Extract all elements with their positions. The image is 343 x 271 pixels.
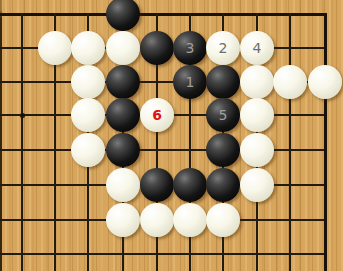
move-number: 1 — [173, 65, 207, 99]
stone-black — [206, 133, 240, 167]
stone-white — [106, 31, 140, 65]
stone-black — [206, 65, 240, 99]
stone-black — [106, 0, 140, 31]
move-number: 5 — [206, 98, 240, 132]
stone-white — [71, 98, 105, 132]
stone-white — [240, 168, 274, 202]
move-number: 4 — [240, 31, 274, 65]
stone-white — [106, 203, 140, 237]
stone-white — [106, 168, 140, 202]
move-number: 2 — [206, 31, 240, 65]
stone-black — [140, 31, 174, 65]
grid-line — [324, 13, 327, 271]
stone-white — [308, 65, 342, 99]
stone-black-move-3: 3 — [173, 31, 207, 65]
stone-white — [240, 133, 274, 167]
board-left-cut-edge — [0, 0, 2, 271]
grid-line — [289, 13, 291, 271]
stone-white-move-6: 6 — [140, 98, 174, 132]
stone-white — [240, 98, 274, 132]
move-number: 6 — [140, 98, 174, 132]
stone-white — [240, 65, 274, 99]
stone-white — [173, 203, 207, 237]
stone-black — [206, 168, 240, 202]
stone-white — [273, 65, 307, 99]
stone-black — [140, 168, 174, 202]
stone-black — [106, 65, 140, 99]
stone-black — [106, 98, 140, 132]
stone-white — [71, 31, 105, 65]
stone-white — [71, 133, 105, 167]
stone-black — [173, 168, 207, 202]
stone-black-move-5: 5 — [206, 98, 240, 132]
stone-white-move-4: 4 — [240, 31, 274, 65]
stone-black-move-1: 1 — [173, 65, 207, 99]
grid-line — [0, 149, 327, 151]
stone-white — [38, 31, 72, 65]
star-point — [20, 113, 25, 118]
stone-black — [106, 133, 140, 167]
grid-line — [0, 253, 327, 255]
stone-white — [206, 203, 240, 237]
stone-white — [140, 203, 174, 237]
grid-line — [0, 13, 327, 16]
stone-white-move-2: 2 — [206, 31, 240, 65]
go-board[interactable]: 324165 — [0, 0, 343, 271]
stone-white — [71, 65, 105, 99]
move-number: 3 — [173, 31, 207, 65]
grid-line — [21, 13, 23, 271]
